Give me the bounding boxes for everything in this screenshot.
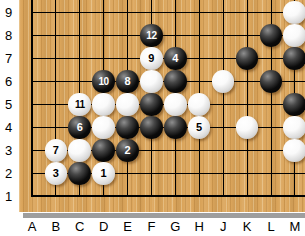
stone-white-E5[interactable]: [116, 93, 139, 116]
stone-black-L8[interactable]: [260, 24, 283, 47]
stone-black-G4[interactable]: [164, 116, 187, 139]
stone-white-H4-move-5[interactable]: 5: [188, 116, 211, 139]
stone-black-K7[interactable]: [236, 47, 259, 70]
stone-white-C3[interactable]: [68, 139, 91, 162]
stone-black-C4-move-6[interactable]: 6: [68, 116, 91, 139]
row-label-8: 8: [0, 29, 17, 42]
stone-black-F8-move-12[interactable]: 12: [140, 24, 163, 47]
stone-white-K4[interactable]: [236, 116, 259, 139]
row-label-5: 5: [0, 98, 17, 111]
stone-white-C5-move-11[interactable]: 11: [68, 93, 91, 116]
stone-white-H5[interactable]: [188, 93, 211, 116]
col-label-G: G: [165, 220, 185, 234]
stone-black-E6-move-8[interactable]: 8: [116, 70, 139, 93]
col-label-F: F: [142, 220, 162, 234]
column-coordinate-labels: ABCDEFGHJKLM: [0, 218, 305, 236]
row-label-4: 4: [0, 121, 17, 134]
stone-black-F4[interactable]: [140, 116, 163, 139]
col-label-B: B: [46, 220, 66, 234]
stone-white-B3-move-7[interactable]: 7: [45, 139, 68, 162]
go-diagram-screen: 129410811657231 987654321 ABCDEFGHJKLM: [0, 0, 305, 236]
row-label-6: 6: [0, 75, 17, 88]
stone-white-D2-move-1[interactable]: 1: [92, 162, 115, 185]
col-label-A: A: [22, 220, 42, 234]
stone-white-F7-move-9[interactable]: 9: [140, 47, 163, 70]
col-label-D: D: [94, 220, 114, 234]
col-label-L: L: [261, 220, 281, 234]
row-label-3: 3: [0, 144, 17, 157]
stone-black-D6-move-10[interactable]: 10: [92, 70, 115, 93]
stone-white-F6[interactable]: [140, 70, 163, 93]
col-label-M: M: [285, 220, 305, 234]
row-label-7: 7: [0, 52, 17, 65]
stone-black-G7-move-4[interactable]: 4: [164, 47, 187, 70]
stone-black-M5[interactable]: [283, 93, 305, 116]
stone-black-G6[interactable]: [164, 70, 187, 93]
col-label-H: H: [189, 220, 209, 234]
stone-black-L6[interactable]: [260, 70, 283, 93]
col-label-J: J: [213, 220, 233, 234]
row-label-9: 9: [0, 6, 17, 19]
col-label-K: K: [237, 220, 257, 234]
stone-white-D5[interactable]: [92, 93, 115, 116]
stone-black-F5[interactable]: [140, 93, 163, 116]
stone-black-C2[interactable]: [68, 162, 91, 185]
row-label-2: 2: [0, 167, 17, 180]
row-label-1: 1: [0, 190, 17, 203]
stone-black-E4[interactable]: [116, 116, 139, 139]
stone-black-D3[interactable]: [92, 139, 115, 162]
stone-white-J6[interactable]: [212, 70, 235, 93]
stone-black-E3-move-2[interactable]: 2: [116, 139, 139, 162]
stone-white-M8[interactable]: [283, 24, 305, 47]
stone-white-G5[interactable]: [164, 93, 187, 116]
row-coordinate-labels: 987654321: [0, 0, 17, 212]
stone-white-M3[interactable]: [283, 139, 305, 162]
stone-white-B2-move-3[interactable]: 3: [45, 162, 68, 185]
stone-white-M4[interactable]: [283, 116, 305, 139]
col-label-C: C: [70, 220, 90, 234]
board-intersections-grid: 129410811657231: [20, 1, 305, 208]
stone-white-M9[interactable]: [283, 1, 305, 24]
stone-white-D4[interactable]: [92, 116, 115, 139]
col-label-E: E: [118, 220, 138, 234]
stone-black-M7[interactable]: [283, 47, 305, 70]
